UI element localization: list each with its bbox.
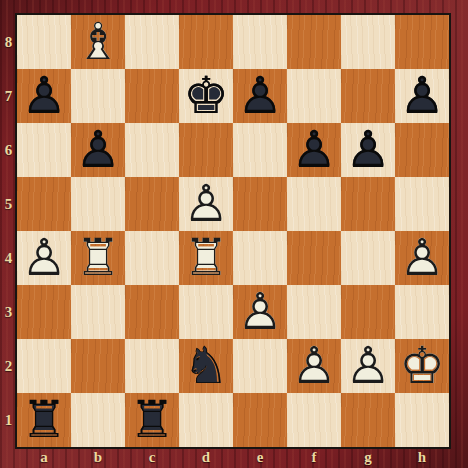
square-a4[interactable]: ♟♙ <box>17 231 71 285</box>
white-king[interactable]: ♚♔ <box>395 339 449 393</box>
square-g1[interactable] <box>341 393 395 447</box>
square-b3[interactable] <box>71 285 125 339</box>
square-a5[interactable] <box>17 177 71 231</box>
square-c6[interactable] <box>125 123 179 177</box>
piece-glyph-outline: ♙ <box>71 123 125 177</box>
square-e1[interactable] <box>233 393 287 447</box>
piece-glyph-outline: ♖ <box>71 231 125 285</box>
black-knight[interactable]: ♞♘ <box>179 339 233 393</box>
square-e4[interactable] <box>233 231 287 285</box>
piece-glyph-outline: ♔ <box>179 69 233 123</box>
square-h8[interactable] <box>395 15 449 69</box>
square-f5[interactable] <box>287 177 341 231</box>
black-pawn[interactable]: ♟♙ <box>233 69 287 123</box>
square-b8[interactable]: ♝♗ <box>71 15 125 69</box>
square-b1[interactable] <box>71 393 125 447</box>
square-d2[interactable]: ♞♘ <box>179 339 233 393</box>
rank-label-5: 5 <box>0 177 17 231</box>
square-c3[interactable] <box>125 285 179 339</box>
square-e7[interactable]: ♟♙ <box>233 69 287 123</box>
square-f1[interactable] <box>287 393 341 447</box>
white-rook[interactable]: ♜♖ <box>71 231 125 285</box>
square-e6[interactable] <box>233 123 287 177</box>
square-g2[interactable]: ♟♙ <box>341 339 395 393</box>
square-h7[interactable]: ♟♙ <box>395 69 449 123</box>
square-a7[interactable]: ♟♙ <box>17 69 71 123</box>
file-label-e: e <box>233 446 287 468</box>
piece-glyph-outline: ♙ <box>179 177 233 231</box>
piece-glyph-outline: ♖ <box>179 231 233 285</box>
square-g8[interactable] <box>341 15 395 69</box>
square-d1[interactable] <box>179 393 233 447</box>
piece-glyph-outline: ♙ <box>287 123 341 177</box>
piece-glyph-outline: ♙ <box>17 69 71 123</box>
square-f6[interactable]: ♟♙ <box>287 123 341 177</box>
square-f3[interactable] <box>287 285 341 339</box>
black-rook[interactable]: ♜♖ <box>125 393 179 447</box>
square-e8[interactable] <box>233 15 287 69</box>
piece-glyph-outline: ♙ <box>17 231 71 285</box>
square-h6[interactable] <box>395 123 449 177</box>
chessboard-frame: ♝♗♟♙♚♔♟♙♟♙♟♙♟♙♟♙♟♙♟♙♜♖♜♖♟♙♟♙♞♘♟♙♟♙♚♔♜♖♜♖… <box>0 0 468 468</box>
square-a6[interactable] <box>17 123 71 177</box>
white-pawn[interactable]: ♟♙ <box>17 231 71 285</box>
square-d6[interactable] <box>179 123 233 177</box>
square-b6[interactable]: ♟♙ <box>71 123 125 177</box>
square-d4[interactable]: ♜♖ <box>179 231 233 285</box>
white-pawn[interactable]: ♟♙ <box>341 339 395 393</box>
white-pawn[interactable]: ♟♙ <box>395 231 449 285</box>
square-c7[interactable] <box>125 69 179 123</box>
square-g3[interactable] <box>341 285 395 339</box>
piece-glyph-outline: ♙ <box>233 285 287 339</box>
square-b2[interactable] <box>71 339 125 393</box>
square-b7[interactable] <box>71 69 125 123</box>
black-pawn[interactable]: ♟♙ <box>71 123 125 177</box>
square-b5[interactable] <box>71 177 125 231</box>
square-h4[interactable]: ♟♙ <box>395 231 449 285</box>
piece-glyph-outline: ♘ <box>179 339 233 393</box>
square-a8[interactable] <box>17 15 71 69</box>
file-label-c: c <box>125 446 179 468</box>
rank-label-2: 2 <box>0 339 17 393</box>
white-pawn[interactable]: ♟♙ <box>287 339 341 393</box>
square-c4[interactable] <box>125 231 179 285</box>
square-h2[interactable]: ♚♔ <box>395 339 449 393</box>
piece-glyph-outline: ♖ <box>125 393 179 447</box>
square-g4[interactable] <box>341 231 395 285</box>
black-pawn[interactable]: ♟♙ <box>341 123 395 177</box>
file-label-g: g <box>341 446 395 468</box>
file-label-b: b <box>71 446 125 468</box>
rank-label-8: 8 <box>0 15 17 69</box>
square-f2[interactable]: ♟♙ <box>287 339 341 393</box>
black-pawn[interactable]: ♟♙ <box>395 69 449 123</box>
piece-glyph-outline: ♔ <box>395 339 449 393</box>
white-bishop[interactable]: ♝♗ <box>71 15 125 69</box>
black-rook[interactable]: ♜♖ <box>17 393 71 447</box>
piece-glyph-outline: ♙ <box>395 231 449 285</box>
rank-label-1: 1 <box>0 393 17 447</box>
square-e3[interactable]: ♟♙ <box>233 285 287 339</box>
black-pawn[interactable]: ♟♙ <box>287 123 341 177</box>
file-label-a: a <box>17 446 71 468</box>
file-label-d: d <box>179 446 233 468</box>
square-c2[interactable] <box>125 339 179 393</box>
file-label-f: f <box>287 446 341 468</box>
square-b4[interactable]: ♜♖ <box>71 231 125 285</box>
square-e2[interactable] <box>233 339 287 393</box>
piece-glyph-outline: ♙ <box>341 339 395 393</box>
square-c5[interactable] <box>125 177 179 231</box>
square-a1[interactable]: ♜♖ <box>17 393 71 447</box>
square-a2[interactable] <box>17 339 71 393</box>
rank-label-6: 6 <box>0 123 17 177</box>
square-c8[interactable] <box>125 15 179 69</box>
square-h1[interactable] <box>395 393 449 447</box>
square-c1[interactable]: ♜♖ <box>125 393 179 447</box>
rank-label-7: 7 <box>0 69 17 123</box>
rank-label-4: 4 <box>0 231 17 285</box>
piece-glyph-outline: ♖ <box>17 393 71 447</box>
white-pawn[interactable]: ♟♙ <box>179 177 233 231</box>
square-f7[interactable] <box>287 69 341 123</box>
piece-glyph-outline: ♗ <box>71 15 125 69</box>
piece-glyph-outline: ♙ <box>395 69 449 123</box>
square-a3[interactable] <box>17 285 71 339</box>
black-pawn[interactable]: ♟♙ <box>17 69 71 123</box>
black-king[interactable]: ♚♔ <box>179 69 233 123</box>
square-d7[interactable]: ♚♔ <box>179 69 233 123</box>
square-h3[interactable] <box>395 285 449 339</box>
rank-label-3: 3 <box>0 285 17 339</box>
piece-glyph-outline: ♙ <box>341 123 395 177</box>
square-e5[interactable] <box>233 177 287 231</box>
square-d5[interactable]: ♟♙ <box>179 177 233 231</box>
square-f8[interactable] <box>287 15 341 69</box>
file-label-h: h <box>395 446 449 468</box>
piece-glyph-outline: ♙ <box>287 339 341 393</box>
white-rook[interactable]: ♜♖ <box>179 231 233 285</box>
square-g5[interactable] <box>341 177 395 231</box>
square-f4[interactable] <box>287 231 341 285</box>
square-h5[interactable] <box>395 177 449 231</box>
square-d3[interactable] <box>179 285 233 339</box>
square-g6[interactable]: ♟♙ <box>341 123 395 177</box>
piece-glyph-outline: ♙ <box>233 69 287 123</box>
square-g7[interactable] <box>341 69 395 123</box>
square-d8[interactable] <box>179 15 233 69</box>
chessboard: ♝♗♟♙♚♔♟♙♟♙♟♙♟♙♟♙♟♙♟♙♜♖♜♖♟♙♟♙♞♘♟♙♟♙♚♔♜♖♜♖ <box>17 15 449 447</box>
white-pawn[interactable]: ♟♙ <box>233 285 287 339</box>
